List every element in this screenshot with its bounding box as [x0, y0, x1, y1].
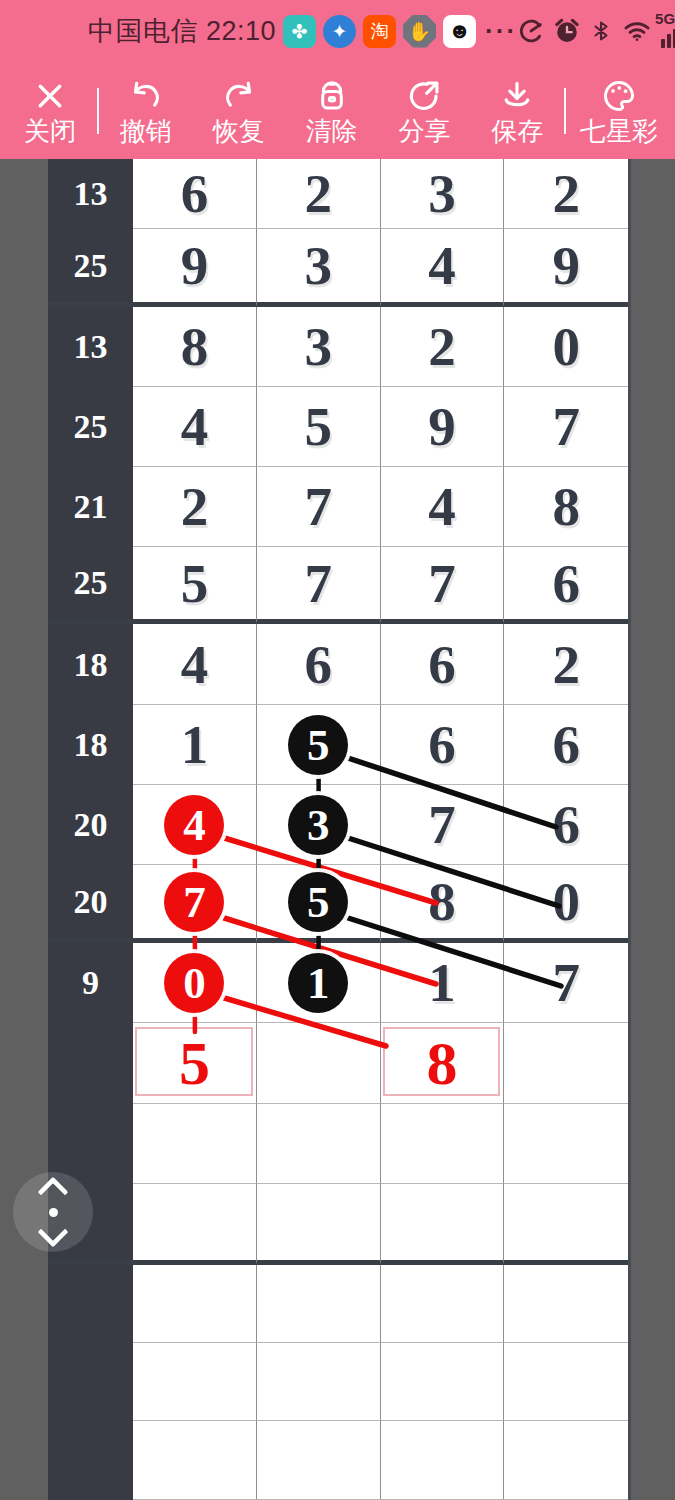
- digit: 6: [181, 162, 209, 225]
- undo-icon: [128, 78, 164, 114]
- undo-button[interactable]: 撤销: [100, 78, 192, 144]
- row-sum-label: 9: [48, 943, 133, 1023]
- grid-cell-r7c2[interactable]: 6: [257, 624, 381, 705]
- grid-cell-r3c4[interactable]: 0: [504, 307, 628, 387]
- close-button[interactable]: 关闭: [4, 78, 96, 144]
- row-sum-label: [48, 1421, 133, 1500]
- grid-cell-r13c1[interactable]: [133, 1104, 257, 1184]
- row-sum-label: 25: [48, 229, 133, 307]
- grid-cell-r12c4[interactable]: [504, 1023, 628, 1104]
- row-sum-label: 20: [48, 865, 133, 943]
- black-circled-digit: 5: [288, 715, 348, 775]
- grid-cell-r12c2[interactable]: [257, 1023, 381, 1104]
- grid-cell-r17c2[interactable]: [257, 1421, 381, 1500]
- grid-cell-r15c4[interactable]: [504, 1265, 628, 1343]
- grid-cell-r15c3[interactable]: [381, 1265, 505, 1343]
- grid-cell-r6c3[interactable]: 7: [381, 547, 505, 624]
- red-mark-box: [135, 1027, 253, 1096]
- signal-5g-icon: 5G: [661, 14, 675, 48]
- digit: 6: [428, 713, 456, 776]
- chevron-down-icon: [37, 1216, 68, 1247]
- row-sum-label: 25: [48, 547, 133, 624]
- grid-cell-r9c1[interactable]: 4: [133, 785, 257, 865]
- grid-cell-r5c2[interactable]: 7: [257, 467, 381, 547]
- digit: 9: [552, 234, 580, 297]
- digit: 7: [304, 552, 332, 615]
- grid-cell-r6c2[interactable]: 7: [257, 547, 381, 624]
- grid-cell-r5c4[interactable]: 8: [504, 467, 628, 547]
- digit: 4: [428, 475, 456, 538]
- grid-cell-r10c2[interactable]: 5: [257, 865, 381, 943]
- save-label: 保存: [491, 118, 543, 144]
- grid-cell-r4c2[interactable]: 5: [257, 387, 381, 467]
- digit: 4: [181, 395, 209, 458]
- digit: 2: [181, 475, 209, 538]
- grid-cell-r5c3[interactable]: 4: [381, 467, 505, 547]
- digit: 3: [304, 234, 332, 297]
- redo-label: 恢复: [213, 118, 265, 144]
- grid-cell-r16c2[interactable]: [257, 1343, 381, 1421]
- row-sum-label: [48, 1265, 133, 1343]
- digit: 3: [428, 162, 456, 225]
- digit: 6: [428, 633, 456, 696]
- grid-cell-r8c4[interactable]: 6: [504, 705, 628, 785]
- alarm-icon: [553, 17, 581, 45]
- grid-cell-r14c2[interactable]: [257, 1184, 381, 1265]
- app-screen: 中国电信 22:10 ✤ ✦ 淘 ✋ ☻ ···: [0, 0, 675, 1500]
- palette-icon: [601, 78, 637, 114]
- status-right: 5G 86: [517, 14, 675, 48]
- digit: 9: [181, 234, 209, 297]
- game-select-button[interactable]: 七星彩: [567, 78, 671, 144]
- grid-cell-r14c3[interactable]: [381, 1184, 505, 1265]
- grid-cell-r17c1[interactable]: [133, 1421, 257, 1500]
- grid-cell-r10c4[interactable]: 0: [504, 865, 628, 943]
- grid-cell-r11c3[interactable]: 1: [381, 943, 505, 1023]
- grid-cell-r1c2[interactable]: 2: [257, 159, 381, 229]
- grid-cell-r1c4[interactable]: 2: [504, 159, 628, 229]
- grid-cell-r3c1[interactable]: 8: [133, 307, 257, 387]
- grid-cell-r4c4[interactable]: 7: [504, 387, 628, 467]
- black-circled-digit: 3: [288, 795, 348, 855]
- digit: 2: [428, 315, 456, 378]
- close-icon: [32, 78, 68, 114]
- black-circled-digit: 1: [288, 953, 348, 1013]
- grid-cell-r4c1[interactable]: 4: [133, 387, 257, 467]
- digit: 1: [428, 951, 456, 1014]
- grid-cell-r2c1[interactable]: 9: [133, 229, 257, 307]
- grid-cell-r2c4[interactable]: 9: [504, 229, 628, 307]
- grid-cell-r4c3[interactable]: 9: [381, 387, 505, 467]
- grid-cell-r2c3[interactable]: 4: [381, 229, 505, 307]
- digit: 0: [552, 315, 580, 378]
- digit: 7: [304, 475, 332, 538]
- status-left: 中国电信 22:10 ✤ ✦ 淘 ✋ ☻ ···: [88, 13, 517, 49]
- blocked-hand-icon: ✋: [403, 15, 436, 48]
- redo-icon: [221, 78, 257, 114]
- row-sum-label: 18: [48, 624, 133, 705]
- grid-cell-r11c4[interactable]: 7: [504, 943, 628, 1023]
- chevron-up-icon: [37, 1176, 68, 1207]
- scroll-dot: [49, 1208, 58, 1217]
- digit: 4: [428, 234, 456, 297]
- carrier-time-text: 中国电信 22:10: [88, 13, 276, 49]
- grid-cell-r6c4[interactable]: 6: [504, 547, 628, 624]
- grid-cell-r3c2[interactable]: 3: [257, 307, 381, 387]
- scroll-handle[interactable]: [13, 1172, 93, 1252]
- black-circled-digit: 5: [288, 872, 348, 932]
- digit: 9: [428, 395, 456, 458]
- digit: 1: [181, 713, 209, 776]
- status-bar: 中国电信 22:10 ✤ ✦ 淘 ✋ ☻ ···: [0, 0, 675, 62]
- red-circled-digit: 7: [164, 872, 224, 932]
- grid-cell-r9c4[interactable]: 6: [504, 785, 628, 865]
- digit: 7: [552, 395, 580, 458]
- row-sum-label: 21: [48, 467, 133, 547]
- grid-cell-r8c3[interactable]: 6: [381, 705, 505, 785]
- more-notifications-dots: ···: [485, 16, 517, 47]
- grid-cell-r11c1[interactable]: 0: [133, 943, 257, 1023]
- notification-app-icon: ✤: [283, 15, 316, 48]
- grid-cell-r1c1[interactable]: 6: [133, 159, 257, 229]
- digit: 7: [428, 552, 456, 615]
- digit: 8: [181, 315, 209, 378]
- toolbar-separator: [97, 88, 99, 134]
- digit: 8: [428, 870, 456, 933]
- row-sum-label: 18: [48, 705, 133, 785]
- trend-chart-grid: 1362322593491383202545972127482557761846…: [48, 159, 631, 1500]
- grid-cell-r9c3[interactable]: 7: [381, 785, 505, 865]
- grid-cell-r12c3[interactable]: 8: [381, 1023, 505, 1104]
- browser-app-icon: ✦: [323, 15, 356, 48]
- digit: 7: [428, 793, 456, 856]
- data-usage-icon: [517, 17, 545, 45]
- digit: 6: [552, 713, 580, 776]
- grid-cell-r8c1[interactable]: 1: [133, 705, 257, 785]
- grid-cell-r7c4[interactable]: 2: [504, 624, 628, 705]
- digit: 8: [552, 475, 580, 538]
- clear-button[interactable]: 清除: [286, 78, 378, 144]
- grid-cell-r13c2[interactable]: [257, 1104, 381, 1184]
- row-sum-label: 25: [48, 387, 133, 467]
- grid-cell-r7c1[interactable]: 4: [133, 624, 257, 705]
- red-circled-digit: 4: [164, 795, 224, 855]
- grid-cell-r16c1[interactable]: [133, 1343, 257, 1421]
- grid-cell-r7c3[interactable]: 6: [381, 624, 505, 705]
- digit: 7: [552, 951, 580, 1014]
- grid-cell-r15c1[interactable]: [133, 1265, 257, 1343]
- digit: 0: [552, 870, 580, 933]
- digit: 6: [552, 793, 580, 856]
- grid-cell-r15c2[interactable]: [257, 1265, 381, 1343]
- wifi-icon: [621, 17, 653, 45]
- digit: 5: [304, 395, 332, 458]
- row-sum-label: 20: [48, 785, 133, 865]
- game-title-label: 七星彩: [580, 118, 658, 144]
- grid-cell-r10c1[interactable]: 7: [133, 865, 257, 943]
- digit: 2: [304, 162, 332, 225]
- digit: 6: [552, 552, 580, 615]
- grid-cell-r17c4[interactable]: [504, 1421, 628, 1500]
- grid-cell-r8c2[interactable]: 5: [257, 705, 381, 785]
- digit: 2: [552, 162, 580, 225]
- red-mark-box: [383, 1027, 501, 1096]
- grid-cell-r14c4[interactable]: [504, 1184, 628, 1265]
- red-circled-digit: 0: [164, 953, 224, 1013]
- grid-cell-r2c2[interactable]: 3: [257, 229, 381, 307]
- qq-app-icon: ☻: [443, 15, 476, 48]
- grid-cell-r13c4[interactable]: [504, 1104, 628, 1184]
- grid-cell-r6c1[interactable]: 5: [133, 547, 257, 624]
- digit: 5: [181, 552, 209, 615]
- row-sum-label: [48, 1023, 133, 1104]
- grid-cell-r14c1[interactable]: [133, 1184, 257, 1265]
- share-button[interactable]: 分享: [378, 78, 470, 144]
- clear-label: 清除: [306, 118, 358, 144]
- share-icon: [406, 78, 442, 114]
- row-sum-label: [48, 1343, 133, 1421]
- trash-icon: [314, 78, 350, 114]
- share-label: 分享: [398, 118, 450, 144]
- grid-cell-r16c4[interactable]: [504, 1343, 628, 1421]
- bluetooth-icon: [589, 17, 613, 45]
- redo-button[interactable]: 恢复: [193, 78, 285, 144]
- grid-cell-r10c3[interactable]: 8: [381, 865, 505, 943]
- digit: 6: [304, 633, 332, 696]
- grid-cell-r3c3[interactable]: 2: [381, 307, 505, 387]
- digit: 3: [304, 315, 332, 378]
- grid-cell-r17c3[interactable]: [381, 1421, 505, 1500]
- grid-cell-r16c3[interactable]: [381, 1343, 505, 1421]
- digit: 4: [181, 633, 209, 696]
- row-sum-label: 13: [48, 307, 133, 387]
- grid-cell-r9c2[interactable]: 3: [257, 785, 381, 865]
- save-icon: [499, 78, 535, 114]
- grid-cell-r11c2[interactable]: 1: [257, 943, 381, 1023]
- grid-cell-r1c3[interactable]: 3: [381, 159, 505, 229]
- grid-cell-r5c1[interactable]: 2: [133, 467, 257, 547]
- taobao-app-icon: 淘: [363, 15, 396, 48]
- undo-label: 撤销: [120, 118, 172, 144]
- toolbar-separator: [564, 88, 566, 134]
- save-button[interactable]: 保存: [471, 78, 563, 144]
- grid-cell-r12c1[interactable]: 5: [133, 1023, 257, 1104]
- digit: 2: [552, 633, 580, 696]
- row-sum-label: 13: [48, 159, 133, 229]
- grid-cell-r13c3[interactable]: [381, 1104, 505, 1184]
- close-label: 关闭: [24, 118, 76, 144]
- toolbar: 关闭 撤销 恢复: [0, 62, 675, 159]
